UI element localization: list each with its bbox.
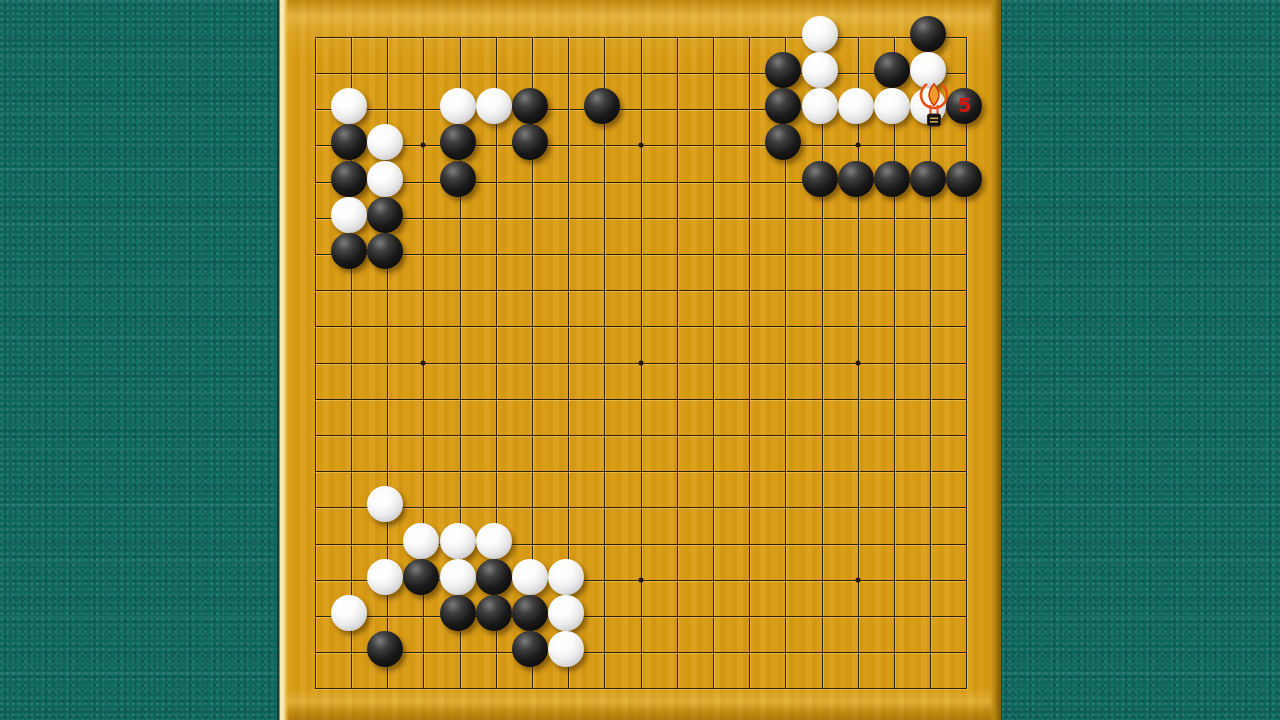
white-stone bbox=[403, 523, 439, 559]
black-stone bbox=[403, 559, 439, 595]
black-stone bbox=[765, 88, 801, 124]
white-stone bbox=[476, 88, 512, 124]
white-stone bbox=[802, 16, 838, 52]
white-stone bbox=[910, 88, 946, 124]
black-stone bbox=[512, 631, 548, 667]
white-stone bbox=[367, 486, 403, 522]
black-stone bbox=[838, 161, 874, 197]
black-stone: 5 bbox=[946, 88, 982, 124]
black-stone bbox=[910, 16, 946, 52]
white-stone bbox=[367, 559, 403, 595]
black-stone bbox=[946, 161, 982, 197]
black-stone bbox=[874, 52, 910, 88]
white-stone bbox=[440, 88, 476, 124]
white-stone bbox=[331, 88, 367, 124]
black-stone bbox=[367, 233, 403, 269]
white-stone bbox=[548, 631, 584, 667]
white-stone bbox=[476, 523, 512, 559]
white-stone bbox=[548, 559, 584, 595]
black-stone bbox=[367, 197, 403, 233]
black-stone bbox=[512, 124, 548, 160]
black-stone bbox=[440, 124, 476, 160]
black-stone bbox=[476, 595, 512, 631]
black-stone bbox=[584, 88, 620, 124]
white-stone bbox=[440, 523, 476, 559]
white-stone bbox=[802, 52, 838, 88]
black-stone bbox=[910, 161, 946, 197]
black-stone bbox=[512, 88, 548, 124]
black-stone bbox=[440, 161, 476, 197]
white-stone bbox=[331, 595, 367, 631]
white-stone bbox=[548, 595, 584, 631]
move-number-label: 5 bbox=[958, 96, 971, 115]
black-stone bbox=[331, 233, 367, 269]
white-stone bbox=[874, 88, 910, 124]
white-stone bbox=[367, 161, 403, 197]
black-stone bbox=[331, 124, 367, 160]
white-stone bbox=[802, 88, 838, 124]
black-stone bbox=[802, 161, 838, 197]
black-stone bbox=[367, 631, 403, 667]
white-stone bbox=[512, 559, 548, 595]
black-stone bbox=[476, 559, 512, 595]
white-stone bbox=[838, 88, 874, 124]
black-stone bbox=[765, 124, 801, 160]
black-stone bbox=[440, 595, 476, 631]
white-stone bbox=[331, 197, 367, 233]
black-stone bbox=[331, 161, 367, 197]
board-left-bevel bbox=[277, 0, 289, 720]
white-stone bbox=[367, 124, 403, 160]
board-right-bevel bbox=[989, 0, 1002, 720]
go-board[interactable]: 5 bbox=[277, 0, 1002, 720]
black-stone bbox=[874, 161, 910, 197]
black-stone bbox=[512, 595, 548, 631]
table-background: 5 bbox=[0, 0, 1280, 720]
black-stone bbox=[765, 52, 801, 88]
white-stone bbox=[440, 559, 476, 595]
white-stone bbox=[910, 52, 946, 88]
